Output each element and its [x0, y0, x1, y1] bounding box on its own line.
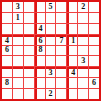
cell-r9c1[interactable]: [2, 89, 12, 99]
cell-r1c2-given: 3: [13, 2, 23, 12]
cell-r1c8-given: 2: [78, 2, 88, 12]
cell-r2c7[interactable]: [67, 13, 77, 23]
cell-r1c6[interactable]: [56, 2, 66, 12]
cell-r2c4[interactable]: [35, 13, 45, 23]
cell-r2c2-given: 1: [13, 13, 23, 23]
cell-r4c7-given: 1: [67, 35, 77, 45]
cell-r7c1[interactable]: [2, 67, 12, 77]
cell-r6c4[interactable]: [35, 56, 45, 66]
cell-r3c2[interactable]: [13, 24, 23, 34]
cell-r5c3[interactable]: [24, 46, 34, 56]
cell-r3c5[interactable]: [46, 24, 56, 34]
cell-r8c3[interactable]: [24, 78, 34, 88]
cell-r4c9[interactable]: [89, 35, 99, 45]
cell-r7c6[interactable]: [56, 67, 66, 77]
cell-r5c9[interactable]: [89, 46, 99, 56]
cell-r6c3[interactable]: [24, 56, 34, 66]
cell-r3c6[interactable]: [56, 24, 66, 34]
cell-r1c7[interactable]: [67, 2, 77, 12]
cell-r4c2[interactable]: [13, 35, 23, 45]
cell-r8c4[interactable]: [35, 78, 45, 88]
cell-r8c9-given: 6: [89, 78, 99, 88]
cell-r8c6[interactable]: [56, 78, 66, 88]
cell-r1c5-given: 5: [46, 2, 56, 12]
cell-r9c9[interactable]: [89, 89, 99, 99]
cell-r8c5[interactable]: [46, 78, 56, 88]
cell-r9c3[interactable]: [24, 89, 34, 99]
cell-r5c7[interactable]: [67, 46, 77, 56]
cell-r2c5[interactable]: [46, 13, 56, 23]
cell-r8c1-given: 8: [2, 78, 12, 88]
cell-r6c9[interactable]: [89, 56, 99, 66]
cell-r4c8[interactable]: [78, 35, 88, 45]
cell-r6c6[interactable]: [56, 56, 66, 66]
cell-r2c6[interactable]: [56, 13, 66, 23]
cell-r6c1[interactable]: [2, 56, 12, 66]
cell-r6c2[interactable]: [13, 56, 23, 66]
cell-r3c9[interactable]: [89, 24, 99, 34]
cell-r7c7-given: 4: [67, 67, 77, 77]
cell-r9c4[interactable]: [35, 89, 45, 99]
cell-r9c8[interactable]: [78, 89, 88, 99]
cell-r4c4-given: 6: [35, 35, 45, 45]
cell-r5c8[interactable]: [78, 46, 88, 56]
cell-r5c2[interactable]: [13, 46, 23, 56]
cell-r2c9[interactable]: [89, 13, 99, 23]
cell-r7c5-given: 3: [46, 67, 56, 77]
cell-r1c1[interactable]: [2, 2, 12, 12]
cell-r2c8[interactable]: [78, 13, 88, 23]
cell-r3c1[interactable]: [2, 24, 12, 34]
cell-r4c3[interactable]: [24, 35, 34, 45]
cell-r1c9[interactable]: [89, 2, 99, 12]
cell-r6c7[interactable]: [67, 56, 77, 66]
cell-r7c4[interactable]: [35, 67, 45, 77]
cell-r7c8[interactable]: [78, 67, 88, 77]
cell-r8c2[interactable]: [13, 78, 23, 88]
cell-r9c6[interactable]: [56, 89, 66, 99]
cell-r4c1-given: 4: [2, 35, 12, 45]
sudoku-board: 35214467168334862: [0, 0, 101, 101]
cell-r2c1[interactable]: [2, 13, 12, 23]
cell-r3c3[interactable]: [24, 24, 34, 34]
cell-r5c4-given: 8: [35, 46, 45, 56]
cell-r4c6-given: 7: [56, 35, 66, 45]
cell-r8c7[interactable]: [67, 78, 77, 88]
cell-r7c2[interactable]: [13, 67, 23, 77]
cell-r3c8[interactable]: [78, 24, 88, 34]
cell-r3c4-given: 4: [35, 24, 45, 34]
cell-r8c8[interactable]: [78, 78, 88, 88]
cell-r5c6[interactable]: [56, 46, 66, 56]
cell-r2c3[interactable]: [24, 13, 34, 23]
cell-r6c5[interactable]: [46, 56, 56, 66]
cell-r9c5-given: 2: [46, 89, 56, 99]
cell-r4c5[interactable]: [46, 35, 56, 45]
cell-r7c9[interactable]: [89, 67, 99, 77]
cell-r1c3[interactable]: [24, 2, 34, 12]
cell-r9c7[interactable]: [67, 89, 77, 99]
cell-r7c3[interactable]: [24, 67, 34, 77]
cell-r6c8-given: 3: [78, 56, 88, 66]
cell-r5c1-given: 6: [2, 46, 12, 56]
cell-r9c2[interactable]: [13, 89, 23, 99]
cell-r5c5[interactable]: [46, 46, 56, 56]
cell-r3c7[interactable]: [67, 24, 77, 34]
cell-r1c4[interactable]: [35, 2, 45, 12]
